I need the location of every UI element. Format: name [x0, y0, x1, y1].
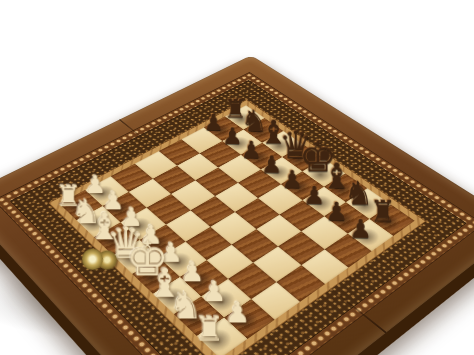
chess-board: ♜♞♝♛♚♝♞♜♟♟♟♟♟♟♟♟♟♟♟♟♟♟♟♟♜♞♝♛♚♝♞♜: [0, 55, 474, 355]
chess-set-photo: ♜♞♝♛♚♝♞♜♟♟♟♟♟♟♟♟♟♟♟♟♟♟♟♟♜♞♝♛♚♝♞♜: [0, 0, 474, 355]
board-perspective: ♜♞♝♛♚♝♞♜♟♟♟♟♟♟♟♟♟♟♟♟♟♟♟♟♜♞♝♛♚♝♞♜: [0, 0, 474, 355]
